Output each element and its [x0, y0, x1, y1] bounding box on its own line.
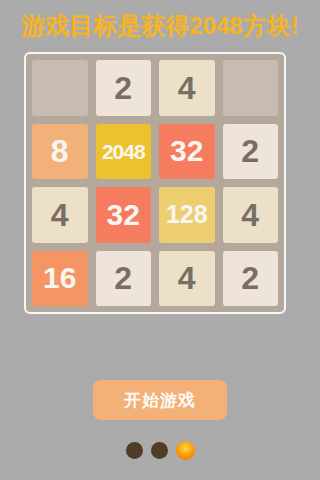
board-cell: 2	[96, 60, 152, 116]
board-cell: 4	[223, 187, 279, 243]
tutorial-screen: 游戏目标是获得2048方块! 2 4 8 2048 32 2 4 32 128 …	[0, 0, 320, 480]
board-cell	[223, 60, 279, 116]
pager-dot-3-active[interactable]	[176, 441, 195, 460]
board-cell: 8	[32, 124, 88, 180]
board-cell: 32	[159, 124, 215, 180]
board-cell: 4	[159, 251, 215, 307]
board-cell: 4	[159, 60, 215, 116]
board-cell: 128	[159, 187, 215, 243]
game-board-2048: 2 4 8 2048 32 2 4 32 128 4 16 2 4 2	[24, 52, 286, 314]
board-cell: 4	[32, 187, 88, 243]
page-title: 游戏目标是获得2048方块!	[0, 10, 320, 42]
board-cell: 2	[223, 124, 279, 180]
board-cell: 2	[96, 251, 152, 307]
pager-dot-1[interactable]	[126, 442, 143, 459]
pager-dot-2[interactable]	[151, 442, 168, 459]
pager-dots	[0, 440, 320, 460]
board-cell: 2	[223, 251, 279, 307]
board-cell: 16	[32, 251, 88, 307]
board-cell: 32	[96, 187, 152, 243]
start-game-button[interactable]: 开始游戏	[93, 380, 227, 420]
board-cell	[32, 60, 88, 116]
board-cell: 2048	[96, 124, 152, 180]
